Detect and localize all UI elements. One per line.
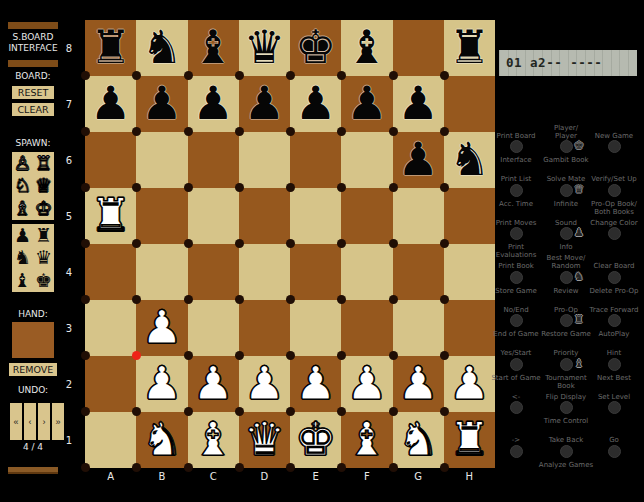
spawn-black-bishop[interactable]: ♝ — [12, 269, 33, 292]
divider-bar — [8, 22, 58, 29]
square-e6[interactable] — [290, 132, 341, 188]
square-g3[interactable] — [393, 300, 444, 356]
square-b1[interactable]: ♞ — [136, 412, 187, 468]
pawn-icon: ♟ — [574, 226, 584, 240]
hand-section-label: HAND: — [0, 309, 66, 319]
square-d7[interactable]: ♟ — [239, 76, 290, 132]
white-knight: ♞ — [141, 416, 182, 462]
white-pawn: ♟ — [398, 360, 439, 406]
black-knight: ♞ — [141, 24, 182, 70]
go-button[interactable] — [608, 445, 621, 458]
black-king: ♚ — [295, 24, 336, 70]
sensor-dot — [184, 407, 193, 416]
square-h1[interactable]: ♜ — [444, 412, 495, 468]
white-bishop: ♝ — [193, 416, 234, 462]
spawn-white-king[interactable]: ♔ — [33, 197, 54, 220]
spawn-black-pawn[interactable]: ♟ — [12, 224, 33, 247]
file-label-g: G — [393, 471, 444, 482]
trace-forward-button[interactable] — [608, 314, 621, 327]
spawn-black-rook[interactable]: ♜ — [33, 224, 54, 247]
clear-board-button[interactable] — [608, 271, 621, 284]
sensor-dot — [184, 351, 193, 360]
sensor-dot — [389, 239, 398, 248]
square-c4[interactable] — [188, 244, 239, 300]
rank-label-8: 8 — [60, 20, 78, 76]
hint-button[interactable] — [608, 358, 621, 371]
square-f8[interactable]: ♝ — [341, 20, 392, 76]
new-game-button[interactable] — [608, 140, 621, 153]
square-d1[interactable]: ♛ — [239, 412, 290, 468]
sensor-dot — [235, 183, 244, 192]
sensor-dot — [440, 295, 449, 304]
black-queen: ♛ — [244, 24, 285, 70]
divider-bar — [8, 60, 58, 67]
app-title-line2: INTERFACE — [0, 43, 66, 54]
rook-icon: ♜ — [574, 313, 584, 327]
panel-cell-change-color: Change Color — [585, 212, 643, 256]
square-b6[interactable] — [136, 132, 187, 188]
button-label-above: Go — [585, 436, 643, 444]
square-g7[interactable]: ♟ — [393, 76, 444, 132]
lcd-display: 01 a2-- ---- — [499, 50, 637, 76]
pro-op-button[interactable] — [560, 314, 573, 327]
panel-cell-hint: HintNext Best — [585, 343, 643, 387]
black-pawn: ♟ — [295, 80, 336, 126]
sensor-dot — [440, 407, 449, 416]
black-pawn: ♟ — [90, 80, 131, 126]
rank-label-7: 7 — [60, 76, 78, 132]
file-label-a: A — [85, 471, 136, 482]
hand-box[interactable] — [12, 322, 54, 358]
solve-mate-button[interactable] — [560, 184, 573, 197]
sidebar: S.BOARD INTERFACE BOARD: RESET CLEAR SPA… — [0, 0, 66, 502]
square-c1[interactable]: ♝ — [188, 412, 239, 468]
square-f1[interactable]: ♝ — [341, 412, 392, 468]
remove-button[interactable]: REMOVE — [9, 363, 57, 376]
spawn-white-bishop[interactable]: ♗ — [12, 197, 33, 220]
white-pawn: ♟ — [295, 360, 336, 406]
panel-cell-clear-board: Clear BoardDelete Pro-Op — [585, 256, 643, 300]
square-a7[interactable]: ♟ — [85, 76, 136, 132]
arrow-button[interactable] — [510, 401, 523, 414]
rank-label-3: 3 — [60, 300, 78, 356]
square-h8[interactable]: ♜ — [444, 20, 495, 76]
black-rook: ♜ — [449, 24, 490, 70]
square-c8[interactable]: ♝ — [188, 20, 239, 76]
black-pawn: ♟ — [193, 80, 234, 126]
black-pawn: ♟ — [346, 80, 387, 126]
square-a3[interactable] — [85, 300, 136, 356]
square-b5[interactable] — [136, 188, 187, 244]
rank-labels: 87654321 — [60, 20, 78, 468]
panel-row-2: Print ListAcc. TimeSolve Mate♛InfiniteVe… — [495, 169, 644, 213]
sensor-dot — [286, 239, 295, 248]
sensor-dot — [184, 183, 193, 192]
square-g6[interactable]: ♟ — [393, 132, 444, 188]
undo-section-label: UNDO: — [0, 385, 66, 395]
print-moves-button[interactable] — [510, 227, 523, 240]
spawn-white-knight[interactable]: ♘ — [12, 175, 33, 198]
sensor-dot — [184, 127, 193, 136]
spawn-white-pawn[interactable]: ♙ — [12, 152, 33, 175]
panel-row-5: No/EndEnd of GamePro-Op♜Restore GameTrac… — [495, 299, 644, 343]
sensor-dot — [440, 127, 449, 136]
square-d5[interactable] — [239, 188, 290, 244]
black-pawn: ♟ — [398, 136, 439, 182]
file-label-e: E — [290, 471, 341, 482]
sensor-dot — [235, 407, 244, 416]
square-h2[interactable]: ♟ — [444, 356, 495, 412]
sensor-dot — [286, 295, 295, 304]
panel-row-8: ->Take BackAnalyze GamesGo — [495, 430, 644, 474]
button-label-above: Trace Forward — [585, 306, 643, 314]
square-d8[interactable]: ♛ — [239, 20, 290, 76]
sensor-dot — [81, 295, 90, 304]
square-c7[interactable]: ♟ — [188, 76, 239, 132]
king-icon: ♚ — [574, 139, 584, 153]
square-d3[interactable] — [239, 300, 290, 356]
square-b4[interactable] — [136, 244, 187, 300]
clear-button[interactable]: CLEAR — [12, 103, 54, 116]
print-book-button[interactable] — [510, 271, 523, 284]
panel-row-1: Print BoardInterfacePlayer/ Player♚Gambi… — [495, 125, 644, 169]
panel-cell-set-level: Set Level — [585, 386, 643, 430]
button-label-above: New Game — [585, 132, 643, 140]
sensor-dot — [81, 239, 90, 248]
square-g2[interactable]: ♟ — [393, 356, 444, 412]
panel-row-4: Print BookStore GameBest Move/ Random♞Re… — [495, 256, 644, 300]
sensor-dot — [81, 71, 90, 80]
square-g8[interactable] — [393, 20, 444, 76]
undo-counter: 4 / 4 — [0, 442, 66, 452]
white-pawn: ♟ — [141, 304, 182, 350]
rank-label-4: 4 — [60, 244, 78, 300]
change-color-button[interactable] — [608, 227, 621, 240]
panel-cell-new-game: New Game — [585, 125, 643, 169]
white-pawn: ♟ — [346, 360, 387, 406]
spawn-palette-white: ♙♖♘♕♗♔ — [12, 152, 54, 220]
undo-button-group: «‹›» — [10, 403, 56, 440]
sensor-dot — [389, 183, 398, 192]
square-f2[interactable]: ♟ — [341, 356, 392, 412]
white-pawn: ♟ — [193, 360, 234, 406]
sensor-dot — [184, 295, 193, 304]
sensor-dot — [184, 463, 193, 472]
sensor-dot — [184, 71, 193, 80]
file-label-d: D — [239, 471, 290, 482]
button-label-above: Change Color — [585, 219, 643, 227]
rank-label-6: 6 — [60, 132, 78, 188]
rank-label-1: 1 — [60, 412, 78, 468]
square-g5[interactable] — [393, 188, 444, 244]
square-a2[interactable] — [85, 356, 136, 412]
sensor-dot — [235, 127, 244, 136]
square-b8[interactable]: ♞ — [136, 20, 187, 76]
player-player-button[interactable] — [560, 140, 573, 153]
chess-computer-panel: 01 a2-- ---- Print BoardInterfacePlayer/… — [495, 0, 644, 502]
white-rook: ♜ — [449, 416, 490, 462]
black-rook: ♜ — [90, 24, 131, 70]
square-e5[interactable] — [290, 188, 341, 244]
app-title-line1: S.BOARD — [0, 32, 66, 43]
spawn-white-queen[interactable]: ♕ — [33, 175, 54, 198]
sensor-dot — [440, 239, 449, 248]
sensor-dot — [286, 127, 295, 136]
knight-icon: ♞ — [574, 270, 584, 284]
sensor-dot — [81, 463, 90, 472]
reset-button[interactable]: RESET — [12, 86, 54, 99]
square-g1[interactable]: ♞ — [393, 412, 444, 468]
spawn-palette-black: ♟♜♞♛♝♚ — [12, 224, 54, 292]
panel-row-6: Yes/StartStart of GamePriority♝Tournamen… — [495, 343, 644, 387]
panel-cell-go: Go — [585, 430, 643, 474]
yes-start-button[interactable] — [510, 358, 523, 371]
square-e3[interactable] — [290, 300, 341, 356]
panel-cell-trace-forward: Trace ForwardAutoPlay — [585, 299, 643, 343]
sensor-dot — [235, 239, 244, 248]
black-knight: ♞ — [449, 136, 490, 182]
sensor-dot — [81, 407, 90, 416]
square-a6[interactable] — [85, 132, 136, 188]
sensor-dot — [286, 183, 295, 192]
white-queen: ♛ — [244, 416, 285, 462]
undo-first-button[interactable]: « — [10, 403, 22, 440]
sensor-dot — [286, 407, 295, 416]
square-f3[interactable] — [341, 300, 392, 356]
undo-forward-button[interactable]: › — [38, 403, 50, 440]
sensor-dot — [81, 351, 90, 360]
square-d4[interactable] — [239, 244, 290, 300]
spawn-black-queen[interactable]: ♛ — [33, 247, 54, 270]
square-b7[interactable]: ♟ — [136, 76, 187, 132]
queen-icon: ♛ — [574, 183, 584, 197]
priority-button[interactable] — [560, 358, 573, 371]
button-label-above: Clear Board — [585, 262, 643, 270]
black-pawn: ♟ — [398, 80, 439, 126]
sensor-dot — [235, 295, 244, 304]
square-f7[interactable]: ♟ — [341, 76, 392, 132]
sensor-dot — [286, 71, 295, 80]
square-a4[interactable] — [85, 244, 136, 300]
take-back-button[interactable] — [560, 445, 573, 458]
square-e1[interactable]: ♚ — [290, 412, 341, 468]
sensor-dot — [389, 351, 398, 360]
square-a1[interactable] — [85, 412, 136, 468]
button-label-above: Set Level — [585, 393, 643, 401]
black-pawn: ♟ — [141, 80, 182, 126]
square-f4[interactable] — [341, 244, 392, 300]
square-c6[interactable] — [188, 132, 239, 188]
sensor-dot — [81, 183, 90, 192]
set-level-button[interactable] — [608, 401, 621, 414]
square-c3[interactable] — [188, 300, 239, 356]
undo-back-button[interactable]: ‹ — [24, 403, 36, 440]
square-d6[interactable] — [239, 132, 290, 188]
square-b3[interactable]: ♟ — [136, 300, 187, 356]
square-e4[interactable] — [290, 244, 341, 300]
panel-row-3: Print MovesPrint EvaluationsSound♟InfoCh… — [495, 212, 644, 256]
rank-label-2: 2 — [60, 356, 78, 412]
black-pawn: ♟ — [244, 80, 285, 126]
square-f6[interactable] — [341, 132, 392, 188]
button-label-below: Next Best — [585, 374, 643, 382]
sensorboard-interface-screen: S.BOARD INTERFACE BOARD: RESET CLEAR SPA… — [0, 0, 644, 502]
square-b2[interactable]: ♟ — [136, 356, 187, 412]
divider-bar — [8, 467, 58, 474]
square-h6[interactable]: ♞ — [444, 132, 495, 188]
white-bishop: ♝ — [346, 416, 387, 462]
chess-board: ♜♞♝♛♚♝♜♟♟♟♟♟♟♟♟♞♜♟♟♟♟♟♟♟♟♞♝♛♚♝♞♜ — [85, 20, 495, 468]
sensor-dot — [184, 239, 193, 248]
sensor-dot — [389, 407, 398, 416]
white-pawn: ♟ — [244, 360, 285, 406]
sensor-dot — [81, 127, 90, 136]
sensor-dot — [286, 463, 295, 472]
square-a8[interactable]: ♜ — [85, 20, 136, 76]
sensor-dot — [440, 463, 449, 472]
black-bishop: ♝ — [346, 24, 387, 70]
verify-set-up-button[interactable] — [608, 184, 621, 197]
spawn-black-king[interactable]: ♚ — [33, 269, 54, 292]
bishop-icon: ♝ — [574, 357, 584, 371]
square-a5[interactable]: ♜ — [85, 188, 136, 244]
panel-cell-verify-set-up: Verify/Set UpPro-Op Book/ Both Books — [585, 169, 643, 213]
sensor-dot — [235, 71, 244, 80]
square-c5[interactable] — [188, 188, 239, 244]
square-g4[interactable] — [393, 244, 444, 300]
button-label-below: Delete Pro-Op — [585, 287, 643, 295]
white-knight: ♞ — [398, 416, 439, 462]
button-label-above: Hint — [585, 349, 643, 357]
best-move-random-button[interactable] — [560, 271, 573, 284]
square-d2[interactable]: ♟ — [239, 356, 290, 412]
panel-row-7: <-Flip DisplayTime ControlSet Level — [495, 386, 644, 430]
sensor-dot — [389, 71, 398, 80]
black-bishop: ♝ — [193, 24, 234, 70]
arrow-button[interactable] — [510, 445, 523, 458]
sensor-dot — [389, 463, 398, 472]
white-pawn: ♟ — [449, 360, 490, 406]
sensor-dot — [389, 295, 398, 304]
print-board-button[interactable] — [510, 140, 523, 153]
rank-label-5: 5 — [60, 188, 78, 244]
file-label-c: C — [188, 471, 239, 482]
spawn-section-label: SPAWN: — [0, 138, 66, 148]
sound-button[interactable] — [560, 227, 573, 240]
white-rook: ♜ — [90, 192, 131, 238]
no-end-button[interactable] — [510, 314, 523, 327]
button-label-below: AutoPlay — [585, 330, 643, 338]
button-label-above: Verify/Set Up — [585, 175, 643, 183]
sensor-dot — [389, 127, 398, 136]
square-e8[interactable]: ♚ — [290, 20, 341, 76]
sensor-dot — [286, 351, 295, 360]
sensor-dot — [235, 351, 244, 360]
white-king: ♚ — [295, 416, 336, 462]
square-f5[interactable] — [341, 188, 392, 244]
square-h7[interactable] — [444, 76, 495, 132]
board-section-label: BOARD: — [0, 71, 66, 81]
print-list-button[interactable] — [510, 184, 523, 197]
white-pawn: ♟ — [141, 360, 182, 406]
sensor-dot — [440, 183, 449, 192]
spawn-black-knight[interactable]: ♞ — [12, 247, 33, 270]
sensor-dot — [235, 463, 244, 472]
file-label-b: B — [136, 471, 187, 482]
square-e2[interactable]: ♟ — [290, 356, 341, 412]
file-label-f: F — [341, 471, 392, 482]
file-labels: ABCDEFGH — [85, 471, 495, 482]
sensor-dot — [440, 351, 449, 360]
square-c2[interactable]: ♟ — [188, 356, 239, 412]
square-e7[interactable]: ♟ — [290, 76, 341, 132]
flip-display-button[interactable] — [560, 401, 573, 414]
sensor-dot — [440, 71, 449, 80]
spawn-white-rook[interactable]: ♖ — [33, 152, 54, 175]
